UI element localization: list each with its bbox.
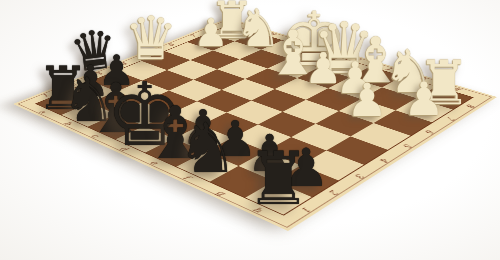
- rank-label-right-3: 3: [352, 172, 367, 179]
- white-pawn-h7[interactable]: ♟: [403, 76, 444, 122]
- white-pawn-g6[interactable]: ♟: [346, 77, 387, 123]
- rank-label-right-4: 4: [377, 157, 392, 163]
- black-knight-f1[interactable]: ♞: [177, 114, 239, 183]
- rank-label-right-6: 6: [423, 129, 437, 135]
- file-label-bottom-g: g: [214, 190, 228, 197]
- chess-set-product-photo: aabbccddeeffgghh1122334455667788 ♜♞♚♛♝♞♜…: [0, 0, 500, 260]
- rank-label-right-5: 5: [401, 143, 415, 149]
- white-pawn-a7[interactable]: ♟: [194, 14, 229, 53]
- black-rook-h1[interactable]: ♜: [246, 142, 312, 215]
